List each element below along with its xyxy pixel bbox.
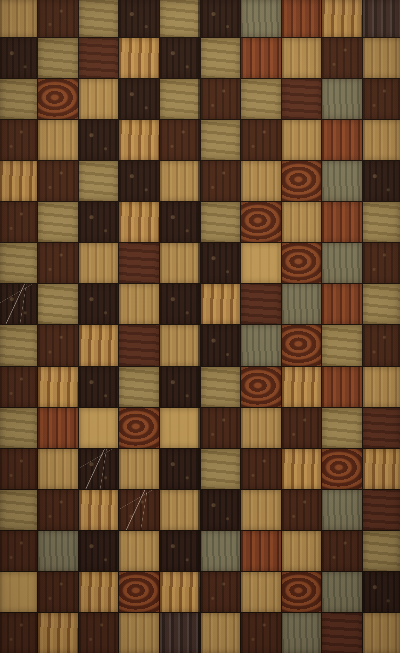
board-square bbox=[38, 531, 78, 571]
board-square bbox=[322, 613, 362, 653]
board-square bbox=[119, 0, 159, 37]
board-square bbox=[38, 284, 78, 324]
board-square bbox=[322, 490, 362, 530]
board-square bbox=[38, 490, 78, 530]
board-square bbox=[0, 613, 37, 653]
board-square bbox=[282, 408, 322, 448]
board-square bbox=[322, 284, 362, 324]
board-square bbox=[38, 79, 78, 119]
board-square bbox=[282, 531, 322, 571]
board-square bbox=[79, 408, 119, 448]
board-square bbox=[241, 449, 281, 489]
board-square bbox=[282, 202, 322, 242]
board-square bbox=[0, 284, 37, 324]
board-square bbox=[201, 202, 241, 242]
board-square bbox=[241, 161, 281, 201]
board-square bbox=[79, 325, 119, 365]
board-square bbox=[160, 325, 200, 365]
board-square bbox=[160, 284, 200, 324]
board-square bbox=[201, 79, 241, 119]
board-square bbox=[119, 161, 159, 201]
board-square bbox=[119, 120, 159, 160]
board-square bbox=[160, 243, 200, 283]
board-square bbox=[38, 367, 78, 407]
board-square bbox=[79, 161, 119, 201]
board-square bbox=[201, 490, 241, 530]
board-square bbox=[160, 0, 200, 37]
board-square bbox=[201, 572, 241, 612]
board-square bbox=[38, 0, 78, 37]
board-square bbox=[79, 202, 119, 242]
board-square bbox=[38, 161, 78, 201]
board-square bbox=[201, 408, 241, 448]
board-square bbox=[241, 490, 281, 530]
board-square bbox=[160, 572, 200, 612]
board-square bbox=[282, 572, 322, 612]
board-square bbox=[322, 325, 362, 365]
board-square bbox=[119, 79, 159, 119]
board-square bbox=[282, 284, 322, 324]
board-square bbox=[201, 38, 241, 78]
board-square bbox=[160, 202, 200, 242]
board-square bbox=[79, 367, 119, 407]
board-square bbox=[282, 325, 322, 365]
board-square bbox=[119, 531, 159, 571]
board-square bbox=[282, 449, 322, 489]
board-square bbox=[38, 243, 78, 283]
board-square bbox=[322, 38, 362, 78]
board-square bbox=[0, 161, 37, 201]
board-square bbox=[79, 613, 119, 653]
board-square bbox=[0, 202, 37, 242]
board-square bbox=[79, 284, 119, 324]
board-square bbox=[282, 161, 322, 201]
board-square bbox=[282, 79, 322, 119]
board-square bbox=[79, 449, 119, 489]
board-square bbox=[241, 613, 281, 653]
board-square bbox=[201, 531, 241, 571]
board-square bbox=[363, 243, 400, 283]
board-square bbox=[322, 161, 362, 201]
board-square bbox=[363, 120, 400, 160]
board-square bbox=[160, 367, 200, 407]
board-square bbox=[322, 0, 362, 37]
board-square bbox=[0, 572, 37, 612]
board-square bbox=[79, 531, 119, 571]
board-square bbox=[201, 0, 241, 37]
board-square bbox=[363, 79, 400, 119]
board-square bbox=[119, 490, 159, 530]
board-square bbox=[241, 408, 281, 448]
board-square bbox=[241, 38, 281, 78]
board-square bbox=[0, 120, 37, 160]
board-square bbox=[38, 202, 78, 242]
board-square bbox=[160, 38, 200, 78]
board-square bbox=[0, 449, 37, 489]
board-square bbox=[201, 325, 241, 365]
board-square bbox=[282, 243, 322, 283]
board-square bbox=[201, 120, 241, 160]
board-square bbox=[79, 243, 119, 283]
board-square bbox=[282, 613, 322, 653]
board-square bbox=[241, 243, 281, 283]
board-square bbox=[363, 38, 400, 78]
board-square bbox=[241, 325, 281, 365]
board-square bbox=[201, 367, 241, 407]
board-photo bbox=[0, 0, 400, 653]
board-square bbox=[282, 120, 322, 160]
board-square bbox=[0, 79, 37, 119]
board-square bbox=[0, 325, 37, 365]
board-square bbox=[79, 79, 119, 119]
board-square bbox=[322, 367, 362, 407]
board-center-seam bbox=[198, 0, 200, 653]
board-square bbox=[160, 408, 200, 448]
board-square bbox=[282, 38, 322, 78]
board-square bbox=[160, 161, 200, 201]
board-square bbox=[201, 161, 241, 201]
board-square bbox=[363, 0, 400, 37]
board-square bbox=[119, 325, 159, 365]
board-square bbox=[38, 120, 78, 160]
board-square bbox=[79, 572, 119, 612]
board-square bbox=[119, 613, 159, 653]
board-square bbox=[38, 449, 78, 489]
board-square bbox=[322, 120, 362, 160]
board-square bbox=[363, 202, 400, 242]
board-square bbox=[160, 120, 200, 160]
board-square bbox=[38, 572, 78, 612]
board-square bbox=[241, 202, 281, 242]
board-square bbox=[201, 284, 241, 324]
board-square bbox=[119, 367, 159, 407]
board-square bbox=[0, 531, 37, 571]
board-square bbox=[363, 572, 400, 612]
board-square bbox=[160, 449, 200, 489]
board-square bbox=[282, 0, 322, 37]
board-square bbox=[241, 367, 281, 407]
board-square bbox=[201, 243, 241, 283]
board-square bbox=[363, 325, 400, 365]
board-square bbox=[282, 367, 322, 407]
board-square bbox=[119, 408, 159, 448]
board-square bbox=[38, 325, 78, 365]
board-square bbox=[322, 531, 362, 571]
board-square bbox=[282, 490, 322, 530]
board-square bbox=[79, 0, 119, 37]
board-square bbox=[322, 408, 362, 448]
board-square bbox=[119, 449, 159, 489]
board-square bbox=[241, 0, 281, 37]
board-square bbox=[0, 490, 37, 530]
board-square bbox=[160, 490, 200, 530]
board-square bbox=[322, 572, 362, 612]
board-square bbox=[363, 531, 400, 571]
board-square bbox=[201, 449, 241, 489]
board-square bbox=[38, 613, 78, 653]
board-square bbox=[363, 490, 400, 530]
board-square bbox=[0, 408, 37, 448]
wooden-checkerboard bbox=[0, 0, 400, 653]
board-square bbox=[322, 243, 362, 283]
board-square bbox=[322, 202, 362, 242]
board-square bbox=[241, 531, 281, 571]
board-square bbox=[363, 161, 400, 201]
board-square bbox=[119, 202, 159, 242]
board-square bbox=[0, 0, 37, 37]
board-square bbox=[0, 243, 37, 283]
board-square bbox=[363, 284, 400, 324]
board-square bbox=[363, 613, 400, 653]
board-square bbox=[79, 120, 119, 160]
board-square bbox=[160, 531, 200, 571]
board-square bbox=[79, 38, 119, 78]
board-square bbox=[0, 38, 37, 78]
board-square bbox=[119, 38, 159, 78]
board-square bbox=[119, 572, 159, 612]
board-square bbox=[119, 284, 159, 324]
board-square bbox=[160, 79, 200, 119]
board-square bbox=[201, 613, 241, 653]
board-square bbox=[363, 367, 400, 407]
board-square bbox=[38, 38, 78, 78]
board-square bbox=[241, 79, 281, 119]
board-square bbox=[79, 490, 119, 530]
board-square bbox=[0, 367, 37, 407]
board-square bbox=[160, 613, 200, 653]
board-square bbox=[241, 284, 281, 324]
board-square bbox=[38, 408, 78, 448]
board-square bbox=[322, 79, 362, 119]
board-square bbox=[363, 449, 400, 489]
board-square bbox=[119, 243, 159, 283]
board-square bbox=[241, 120, 281, 160]
board-square bbox=[241, 572, 281, 612]
board-square bbox=[363, 408, 400, 448]
board-square bbox=[322, 449, 362, 489]
